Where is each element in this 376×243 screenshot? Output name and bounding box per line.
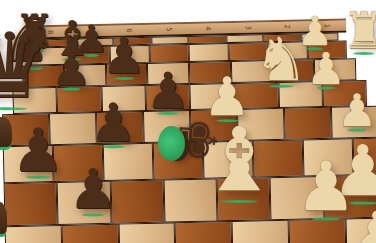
black-pawn: ♟	[11, 120, 65, 180]
felt-base	[312, 217, 340, 220]
chessboard-photo: 87654321 ♟♜♜♟♝♞♟♞♟♟♛♟♟♚♟♟♟♝♟♟♟♟	[0, 0, 376, 243]
square-a7	[61, 224, 119, 243]
coordinate-label: 5	[164, 10, 173, 50]
square-a6	[118, 222, 176, 243]
square-b8	[4, 182, 58, 226]
felt-base	[0, 107, 28, 110]
black-queen: ♛	[0, 21, 49, 111]
square-b6	[110, 180, 164, 224]
felt-base	[158, 126, 185, 161]
square-d2	[284, 107, 332, 140]
coordinate-label: 3	[243, 8, 252, 48]
white-bishop: ♝	[200, 116, 279, 204]
felt-base	[102, 145, 124, 148]
white-rook: ♜	[342, 6, 376, 56]
white-knight: ♞	[254, 29, 308, 89]
coordinate-label: 4	[203, 9, 212, 49]
felt-base	[62, 88, 81, 91]
black-pawn: ♟	[68, 162, 117, 217]
felt-base	[114, 77, 135, 80]
felt-base	[269, 85, 294, 88]
white-pawn: ♟	[296, 153, 357, 221]
black-pawn: ♟	[51, 47, 91, 92]
black-pawn: ♟	[89, 96, 137, 149]
square-a4	[232, 220, 290, 243]
square-a5	[175, 221, 233, 243]
felt-base	[317, 87, 335, 90]
white-pawn: ♟	[337, 88, 376, 133]
white-pawn: ♟	[351, 204, 376, 243]
black-pawn: ♟	[102, 31, 147, 81]
square-a8	[5, 225, 63, 243]
felt-base	[26, 176, 51, 179]
black-pawn: ♟	[146, 66, 191, 116]
felt-base	[354, 52, 375, 55]
felt-base	[82, 213, 105, 216]
felt-base	[221, 200, 257, 203]
